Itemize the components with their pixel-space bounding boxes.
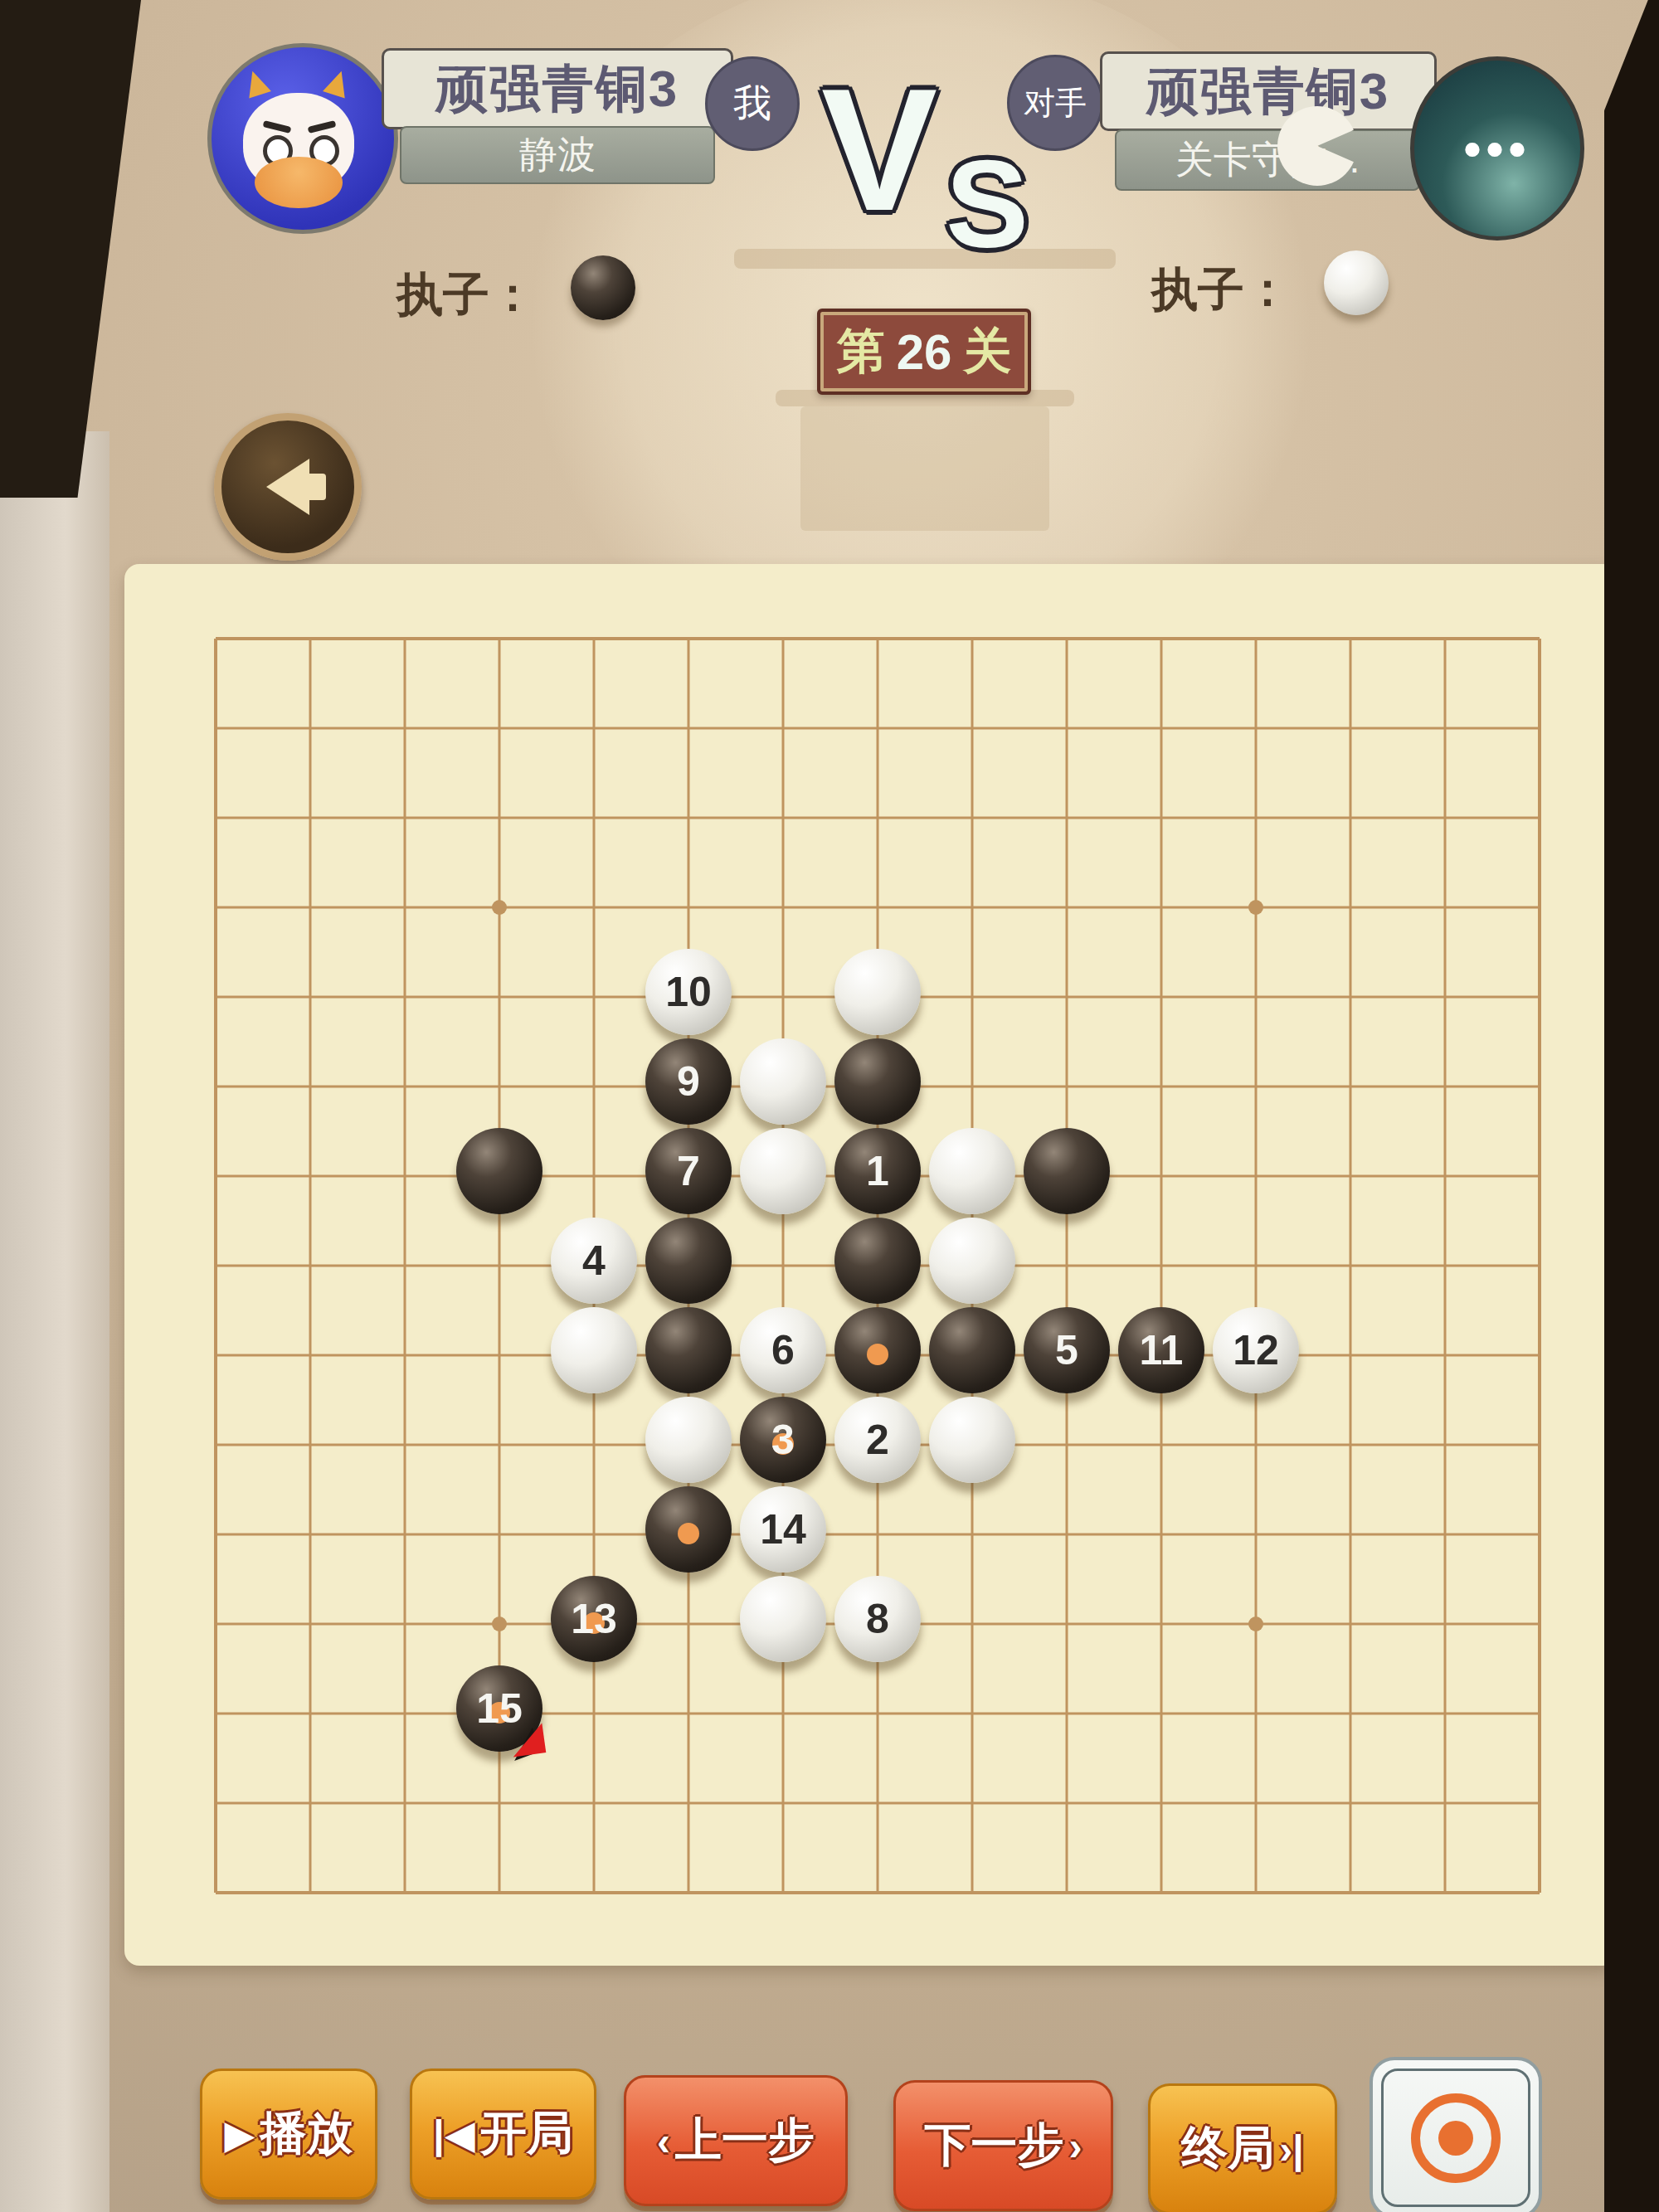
right-hold-stone-white xyxy=(1324,250,1389,315)
previous-step-button[interactable]: ‹ 上一步 xyxy=(624,2075,848,2206)
stone-white xyxy=(834,949,921,1035)
last-move-marker xyxy=(509,1723,547,1757)
left-player-subtitle-text: 静波 xyxy=(519,129,596,181)
move-number: 1 xyxy=(866,1150,889,1192)
stone-black-move-15: 15 xyxy=(456,1665,542,1752)
stone-white-move-6: 6 xyxy=(740,1307,826,1393)
stone-black-move-3: 3 xyxy=(740,1397,826,1483)
stone-white xyxy=(740,1576,826,1662)
play-icon: ▶ xyxy=(225,2111,255,2157)
skip-start-icon: |◀ xyxy=(433,2111,474,2157)
stone-black xyxy=(645,1307,732,1393)
right-player-avatar[interactable]: ••• xyxy=(1410,56,1584,241)
move-number: 10 xyxy=(665,971,712,1013)
move-number: 8 xyxy=(866,1598,889,1640)
level-prefix: 第 xyxy=(837,319,885,384)
stone-black-move-7: 7 xyxy=(645,1128,732,1214)
stone-white xyxy=(740,1128,826,1214)
photo-edge xyxy=(0,0,141,498)
stone-black xyxy=(834,1038,921,1125)
move-number: 13 xyxy=(571,1598,617,1640)
stone-white xyxy=(929,1397,1015,1483)
right-player-nameplate: 顽强青铜3 xyxy=(1100,51,1437,131)
stone-white-move-14: 14 xyxy=(740,1486,826,1573)
loading-dots: ••• xyxy=(1463,120,1530,177)
cow-icon xyxy=(241,67,271,98)
stone-black xyxy=(929,1307,1015,1393)
pagoda-silhouette xyxy=(734,249,1116,269)
app-screen: 顽强青铜3 静波 我 V S 对手 顽强青铜3 关卡守护... ••• 执子： … xyxy=(0,0,1659,2212)
cow-icon xyxy=(323,67,353,98)
level-suffix: 关 xyxy=(963,319,1011,384)
stone-white xyxy=(551,1307,637,1393)
gomoku-board[interactable]: 109714651112321413815 xyxy=(124,564,1618,1966)
back-arrow-icon xyxy=(293,474,326,500)
stones-layer: 109714651112321413815 xyxy=(124,564,1618,1966)
left-player-nameplate: 顽强青铜3 xyxy=(382,48,733,129)
move-number: 14 xyxy=(760,1509,806,1550)
stone-black xyxy=(1024,1128,1110,1214)
move-number: 11 xyxy=(1140,1330,1184,1371)
right-hold-label: 执子： xyxy=(1151,259,1291,322)
stone-black xyxy=(645,1486,732,1573)
move-number: 15 xyxy=(476,1688,523,1729)
prev-icon: ‹ xyxy=(657,2118,670,2164)
move-number: 9 xyxy=(677,1061,700,1102)
stone-black xyxy=(834,1218,921,1304)
stone-black xyxy=(456,1128,542,1214)
play-button[interactable]: ▶ 播放 xyxy=(200,2069,377,2200)
stone-black xyxy=(645,1218,732,1304)
record-button-border xyxy=(1381,2069,1530,2207)
opponent-badge: 对手 xyxy=(1007,55,1103,151)
stone-black-move-5: 5 xyxy=(1024,1307,1110,1393)
go-to-start-button[interactable]: |◀ 开局 xyxy=(410,2069,596,2200)
right-player-name: 顽强青铜3 xyxy=(1147,56,1389,126)
level-banner: 第 26 关 xyxy=(817,309,1031,395)
move-number: 7 xyxy=(677,1150,700,1192)
left-hold-stone-black xyxy=(571,255,635,320)
me-badge: 我 xyxy=(705,56,800,151)
win-line-dot xyxy=(678,1523,699,1544)
level-number: 26 xyxy=(897,323,952,381)
stone-white-move-4: 4 xyxy=(551,1218,637,1304)
next-step-button[interactable]: 下一步 › xyxy=(893,2080,1113,2211)
stone-black-move-13: 13 xyxy=(551,1576,637,1662)
next-icon: › xyxy=(1069,2123,1082,2169)
stone-white-move-8: 8 xyxy=(834,1576,921,1662)
left-player-subtitle: 静波 xyxy=(400,126,715,184)
stone-black xyxy=(834,1307,921,1393)
stone-white xyxy=(929,1128,1015,1214)
move-number: 3 xyxy=(771,1419,795,1461)
vs-logo: V xyxy=(821,50,937,250)
skip-end-icon: ›| xyxy=(1279,2127,1303,2172)
stone-white xyxy=(645,1397,732,1483)
stone-white-move-10: 10 xyxy=(645,949,732,1035)
pagoda-silhouette xyxy=(800,406,1049,531)
back-button[interactable] xyxy=(214,413,362,561)
right-player-subtitle: 关卡守护... xyxy=(1115,129,1420,191)
vs-logo: S xyxy=(946,133,1029,276)
left-hold-label: 执子： xyxy=(397,264,536,327)
stone-black-move-11: 11 xyxy=(1118,1307,1204,1393)
stone-black-move-9: 9 xyxy=(645,1038,732,1125)
move-number: 2 xyxy=(866,1419,889,1461)
photo-edge xyxy=(1604,0,1659,2212)
move-number: 5 xyxy=(1055,1330,1078,1371)
stone-white-move-2: 2 xyxy=(834,1397,921,1483)
move-number: 6 xyxy=(771,1330,795,1371)
screen-record-button[interactable] xyxy=(1370,2057,1542,2212)
stone-white xyxy=(740,1038,826,1125)
move-number: 12 xyxy=(1233,1330,1279,1371)
win-line-dot xyxy=(867,1344,888,1365)
stone-white xyxy=(929,1218,1015,1304)
go-to-end-button[interactable]: 终局 ›| xyxy=(1148,2083,1337,2212)
left-player-name: 顽强青铜3 xyxy=(436,54,679,124)
left-player-avatar[interactable] xyxy=(207,43,398,234)
tablet-bezel xyxy=(0,431,109,2212)
cow-icon xyxy=(255,157,343,208)
move-number: 4 xyxy=(582,1240,606,1281)
stone-white-move-12: 12 xyxy=(1213,1307,1299,1393)
stone-black-move-1: 1 xyxy=(834,1128,921,1214)
